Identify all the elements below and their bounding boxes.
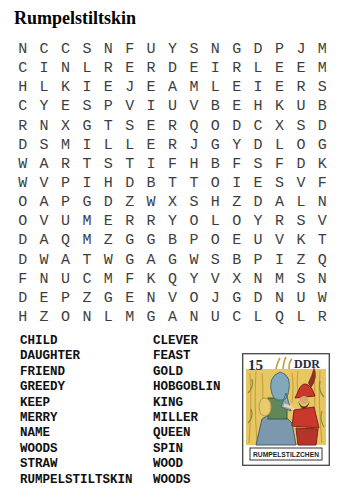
grid-cell: L [119,136,140,155]
word-search-grid: NCCSNFUYSNGDPJMCINLRERDEIRLEEMHLKIEJEAML… [12,40,333,327]
grid-cell: C [12,59,33,78]
grid-cell: W [140,193,161,212]
word-list-item: KING [153,396,221,411]
grid-cell: N [312,193,333,212]
grid-cell: A [55,250,76,269]
grid-cell: C [55,40,76,59]
grid-cell: P [55,289,76,308]
grid-cell: J [205,289,226,308]
grid-cell: G [226,40,247,59]
grid-cell: G [119,250,140,269]
grid-cell: I [226,174,247,193]
grid-cell: G [140,308,161,327]
grid-cell: H [98,174,119,193]
grid-cell: F [162,155,183,174]
grid-cell: W [12,174,33,193]
grid-cell: C [76,270,97,289]
grid-cell: G [226,289,247,308]
grid-cell: R [162,136,183,155]
grid-cell: Z [226,193,247,212]
grid-cell: D [12,231,33,250]
grid-cell: S [269,174,290,193]
grid-cell: B [205,97,226,116]
grid-cell: K [55,78,76,97]
grid-cell: S [290,117,311,136]
word-list-item: MERRY [20,411,133,426]
grid-cell: Z [119,193,140,212]
grid-cell: E [183,59,204,78]
grid-cell: M [183,78,204,97]
grid-cell: Z [98,231,119,250]
puzzle-title: Rumpelstiltskin [14,8,136,29]
grid-cell: O [205,231,226,250]
stamp-caption: RUMPELSTILZCHEN [253,450,319,459]
grid-cell: K [290,231,311,250]
grid-cell: G [98,289,119,308]
grid-cell: E [226,97,247,116]
grid-cell: S [76,97,97,116]
grid-cell: V [33,212,54,231]
grid-cell: X [226,270,247,289]
grid-cell: E [140,117,161,136]
grid-cell: S [205,250,226,269]
grid-cell: E [33,289,54,308]
grid-cell: A [140,250,161,269]
grid-cell: R [312,308,333,327]
word-list-item: WOODS [153,473,221,488]
grid-cell: G [119,231,140,250]
grid-cell: S [76,40,97,59]
grid-cell: I [140,97,161,116]
grid-cell: U [290,97,311,116]
grid-cell: G [140,231,161,250]
grid-cell: N [12,40,33,59]
grid-cell: F [269,155,290,174]
grid-cell: R [55,155,76,174]
grid-cell: R [12,117,33,136]
word-list-right: CLEVERFEASTGOLDHOBGOBLINKINGMILLERQUEENS… [153,334,221,488]
grid-cell: Y [226,136,247,155]
grid-cell: W [183,250,204,269]
grid-cell: Q [55,231,76,250]
grid-cell: B [162,231,183,250]
grid-cell: B [226,250,247,269]
grid-cell: T [76,155,97,174]
grid-cell: S [247,155,268,174]
grid-cell: E [98,78,119,97]
grid-cell: F [312,174,333,193]
grid-cell: M [76,212,97,231]
word-search-page: Rumpelstiltskin NCCSNFUYSNGDPJMCINLRERDE… [0,0,353,500]
grid-cell: D [247,40,268,59]
word-list-item: STRAW [20,457,133,472]
grid-cell: B [140,174,161,193]
grid-cell: O [12,193,33,212]
grid-cell: K [140,270,161,289]
grid-cell: M [269,270,290,289]
grid-cell: W [12,155,33,174]
grid-cell: O [183,289,204,308]
word-list-item: RUMPELSTILTSKIN [20,473,133,488]
grid-cell: D [247,136,268,155]
grid-cell: T [119,155,140,174]
grid-cell: L [205,78,226,97]
grid-cell: I [76,78,97,97]
grid-cell: Y [162,212,183,231]
grid-cell: T [183,174,204,193]
grid-cell: P [55,174,76,193]
grid-cell: A [162,78,183,97]
grid-cell: D [312,117,333,136]
grid-cell: N [33,270,54,289]
grid-cell: V [33,174,54,193]
grid-cell: N [312,270,333,289]
grid-cell: L [98,136,119,155]
grid-cell: D [162,59,183,78]
grid-cell: M [312,59,333,78]
grid-cell: O [290,136,311,155]
grid-cell: I [76,136,97,155]
grid-cell: E [226,231,247,250]
grid-cell: D [247,193,268,212]
grid-cell: D [247,289,268,308]
grid-cell: I [33,59,54,78]
grid-cell: W [98,250,119,269]
grid-cell: N [76,308,97,327]
grid-cell: Q [183,117,204,136]
grid-cell: E [247,174,268,193]
grid-cell: Y [183,270,204,289]
word-list-item: KEEP [20,396,133,411]
grid-cell: M [76,231,97,250]
word-list-item: FEAST [153,349,221,364]
grid-cell: A [269,193,290,212]
grid-cell: Y [33,97,54,116]
grid-cell: D [119,174,140,193]
grid-cell: Q [269,308,290,327]
grid-cell: I [205,59,226,78]
imp-legs [296,428,318,445]
grid-cell: V [312,212,333,231]
grid-cell: A [33,155,54,174]
grid-cell: L [247,59,268,78]
grid-cell: V [162,289,183,308]
word-list-item: NAME [20,426,133,441]
grid-cell: V [269,231,290,250]
grid-cell: N [33,117,54,136]
grid-cell: O [12,212,33,231]
stamp-denomination: 15 [248,357,263,373]
grid-cell: J [290,40,311,59]
grid-cell: S [183,193,204,212]
word-list-item: WOOD [153,457,221,472]
grid-cell: I [247,78,268,97]
word-list-item: CHILD [20,334,133,349]
grid-cell: G [162,250,183,269]
grid-cell: D [12,250,33,269]
grid-cell: Z [33,308,54,327]
grid-cell: L [33,78,54,97]
grid-cell: U [162,97,183,116]
grid-cell: U [247,231,268,250]
grid-cell: H [205,193,226,212]
grid-cell: F [119,40,140,59]
grid-cell: S [98,155,119,174]
grid-cell: F [226,155,247,174]
word-list-item: SPIN [153,442,221,457]
grid-cell: W [312,289,333,308]
grid-cell: M [119,308,140,327]
grid-cell: O [226,212,247,231]
grid-cell: M [98,270,119,289]
grid-cell: T [162,174,183,193]
grid-cell: P [183,231,204,250]
grid-cell: M [312,40,333,59]
grid-cell: V [183,97,204,116]
grid-cell: U [140,40,161,59]
grid-cell: O [205,174,226,193]
grid-cell: L [76,59,97,78]
grid-cell: N [247,270,268,289]
grid-cell: L [205,212,226,231]
grid-cell: L [290,308,311,327]
word-list-item: MILLER [153,411,221,426]
word-list-item: GOLD [153,365,221,380]
stamp-country: DDR [294,357,320,371]
grid-cell: U [55,212,76,231]
grid-cell: W [33,250,54,269]
grid-cell: D [12,136,33,155]
grid-cell: R [269,212,290,231]
grid-cell: E [140,78,161,97]
grid-cell: N [269,289,290,308]
grid-cell: Z [76,289,97,308]
word-list-item: GREEDY [20,380,133,395]
grid-cell: F [12,270,33,289]
grid-cell: G [312,136,333,155]
word-list-left: CHILDDAUGHTERFRIENDGREEDYKEEPMERRYNAMEWO… [20,334,133,488]
grid-cell: C [247,117,268,136]
grid-cell: E [98,212,119,231]
grid-cell: R [119,212,140,231]
grid-cell: R [140,59,161,78]
grid-cell: N [55,59,76,78]
grid-cell: S [290,270,311,289]
grid-cell: S [183,40,204,59]
grid-cell: O [183,212,204,231]
grid-cell: A [33,231,54,250]
grid-cell: E [55,97,76,116]
grid-cell: V [119,97,140,116]
grid-cell: L [290,193,311,212]
grid-cell: I [140,155,161,174]
grid-cell: A [162,308,183,327]
grid-cell: C [12,97,33,116]
grid-cell: L [247,308,268,327]
grid-cell: G [76,193,97,212]
grid-cell: K [269,97,290,116]
grid-cell: U [205,308,226,327]
grid-cell: A [33,193,54,212]
grid-cell: V [205,270,226,289]
grid-cell: C [226,308,247,327]
grid-cell: X [55,117,76,136]
grid-cell: N [183,308,204,327]
imp-jacket [292,407,319,428]
grid-cell: F [119,270,140,289]
grid-cell: E [269,59,290,78]
grid-cell: J [119,78,140,97]
grid-cell: H [247,97,268,116]
grid-cell: E [119,59,140,78]
grid-cell: R [162,117,183,136]
word-list-item: FRIEND [20,365,133,380]
grid-cell: X [269,117,290,136]
grid-cell: J [183,136,204,155]
grid-cell: S [290,212,311,231]
grid-cell: Y [162,40,183,59]
grid-cell: L [269,136,290,155]
grid-cell: M [55,136,76,155]
grid-cell: L [98,308,119,327]
grid-cell: H [12,308,33,327]
grid-cell: H [12,78,33,97]
word-list-item: QUEEN [153,426,221,441]
grid-cell: N [140,289,161,308]
grid-cell: B [205,155,226,174]
grid-cell: P [269,40,290,59]
grid-cell: S [33,136,54,155]
grid-cell: R [98,59,119,78]
grid-cell: D [98,193,119,212]
grid-cell: T [76,250,97,269]
grid-cell: V [290,174,311,193]
grid-cell: E [119,289,140,308]
word-list-item: WOODS [20,442,133,457]
grid-cell: R [290,78,311,97]
grid-cell: P [98,97,119,116]
grid-cell: S [119,117,140,136]
grid-cell: D [290,155,311,174]
imp-face [300,396,309,404]
grid-cell: R [140,212,161,231]
grid-cell: Q [162,270,183,289]
grid-cell: I [269,250,290,269]
grid-cell: O [55,308,76,327]
word-list-item: CLEVER [153,334,221,349]
grid-cell: D [12,289,33,308]
grid-cell: N [205,40,226,59]
grid-cell: P [247,250,268,269]
grid-cell: T [312,231,333,250]
grid-cell: B [312,97,333,116]
grid-cell: E [290,59,311,78]
grid-cell: S [312,78,333,97]
grid-cell: U [55,270,76,289]
grid-cell: T [98,117,119,136]
grid-cell: G [205,136,226,155]
grid-cell: Z [290,250,311,269]
daughter-sleeve [259,398,271,416]
grid-cell: O [205,117,226,136]
grid-cell: N [98,40,119,59]
grid-cell: U [290,289,311,308]
grid-cell: Q [312,250,333,269]
grid-cell: E [226,78,247,97]
rumpelstilzchen-stamp: 15 DDR RUMPELSTILZCHEN [242,353,330,466]
grid-cell: G [76,117,97,136]
grid-cell: P [55,193,76,212]
grid-cell: Y [247,212,268,231]
grid-cell: H [183,155,204,174]
grid-cell: D [226,117,247,136]
word-list-item: HOBGOBLIN [153,380,221,395]
grid-cell: C [33,40,54,59]
grid-cell: I [76,174,97,193]
word-list-item: DAUGHTER [20,349,133,364]
grid-cell: E [269,78,290,97]
grid-cell: E [140,136,161,155]
grid-cell: R [226,59,247,78]
grid-cell: X [162,193,183,212]
grid-cell: K [312,155,333,174]
